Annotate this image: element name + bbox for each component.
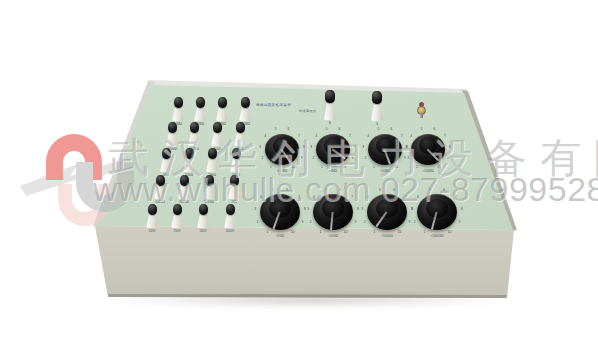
post-insulator-base — [188, 132, 200, 146]
post-cap — [199, 204, 208, 215]
post-cap — [213, 122, 222, 133]
dial-scale-digit: 3 — [254, 207, 256, 211]
dial-scale-digit: 10 — [437, 165, 441, 169]
dial-scale-digit: 3 — [362, 145, 364, 149]
aux-terminal — [324, 90, 336, 120]
dial-scale-digit: 6 — [443, 188, 445, 192]
dial-scale-digit: 3 — [405, 145, 407, 149]
dial-scale-digit: 5 — [378, 127, 380, 131]
dial-label: ×1GΩ — [276, 234, 284, 238]
binding-post — [216, 97, 228, 121]
dial-scale-digit: 4 — [313, 195, 315, 199]
binding-post — [228, 175, 240, 199]
dial-scale-digit: 8 — [357, 207, 359, 211]
post-insulator-base — [194, 107, 206, 121]
post-insulator-base — [172, 107, 184, 121]
post-cap — [180, 175, 189, 186]
dial-scale-digit: 6 — [390, 127, 392, 131]
ground-screw-stem — [420, 113, 423, 118]
aux-terminal-label: G — [364, 122, 390, 126]
dial-scale-digit: 6 — [433, 127, 435, 131]
post-insulator-base — [234, 132, 246, 146]
post-cap — [208, 148, 217, 159]
dial-scale-digit: 5 — [272, 188, 274, 192]
dial-scale-digit: 1 — [267, 230, 269, 234]
dial-scale-digit: 9 — [352, 156, 354, 160]
dial-scale-digit: 1 — [320, 230, 322, 234]
post-cap — [173, 204, 182, 215]
dial-scale-digit: 4 — [367, 195, 369, 199]
post-cap — [196, 97, 205, 108]
dial-scale-digit: 5 — [421, 127, 423, 131]
dial-scale-digit: 2 — [364, 220, 366, 224]
dial-scale-digit: 2 — [310, 220, 312, 224]
dial-scale-digit: 7 — [405, 195, 407, 199]
dial-label: ×100GΩ — [381, 234, 392, 238]
dial-scale-digit: 6 — [339, 188, 341, 192]
binding-post — [154, 175, 166, 199]
dial-scale-digit: 2 — [312, 156, 314, 160]
dial-scale-digit: 9 — [354, 220, 356, 224]
dial-label: ×1MΩ — [329, 169, 337, 173]
dial-label: ×0.1MΩ — [277, 169, 288, 173]
binding-post — [224, 204, 236, 228]
dial-scale-digit: 10 — [398, 230, 402, 234]
dial-scale-digit: 5 — [429, 188, 431, 192]
binding-post — [171, 204, 183, 228]
dial-scale-digit: 9 — [458, 220, 460, 224]
dial-scale-digit: 10 — [342, 165, 346, 169]
dial-scale-digit: 2 — [257, 220, 259, 224]
dial-cone-top — [376, 199, 398, 219]
post-label: 100V — [139, 229, 165, 233]
dial-scale-digit: 7 — [298, 195, 300, 199]
binding-post — [178, 175, 190, 199]
dial-scale-digit: 3 — [310, 145, 312, 149]
dial-scale-digit: 10 — [394, 165, 398, 169]
dial-scale-digit: 3 — [411, 207, 413, 211]
binding-post — [160, 148, 172, 172]
dial-scale-digit: 7 — [401, 134, 403, 138]
dial-scale-digit: 6 — [393, 188, 395, 192]
post-insulator-base — [216, 107, 228, 121]
aux-terminal-label: E — [317, 121, 343, 125]
dial-scale-digit: 5 — [379, 188, 381, 192]
post-insulator-base — [178, 185, 190, 199]
dial-scale-digit: 3 — [259, 145, 261, 149]
panel-nameplate-line2: 标准电阻器 — [299, 109, 316, 113]
dial-scale-digit: 7 — [444, 134, 446, 138]
binding-post — [239, 97, 251, 121]
binding-post — [230, 148, 242, 172]
post-cap — [168, 122, 177, 133]
post-insulator-base — [211, 132, 223, 146]
dial-scale-digit: 9 — [301, 220, 303, 224]
dial-label: ×10GΩ — [328, 234, 338, 238]
dial-scale-digit: 2 — [414, 220, 416, 224]
dial-scale-digit: 4 — [417, 195, 419, 199]
dial-scale-digit: 4 — [410, 134, 412, 138]
post-cap — [218, 97, 227, 108]
dial-scale-digit: 10 — [291, 165, 295, 169]
dial-scale-digit: 7 — [349, 134, 351, 138]
dial-scale-digit: 10 — [291, 230, 295, 234]
dial-scale-digit: 6 — [338, 127, 340, 131]
dial-scale-digit: 6 — [286, 188, 288, 192]
dial-scale-digit: 5 — [326, 127, 328, 131]
dial-scale-digit: 1 — [416, 165, 418, 169]
dial-label: ×1000GΩ — [430, 234, 443, 238]
post-insulator-base — [146, 214, 158, 228]
dial-scale-digit: 8 — [303, 145, 305, 149]
aux-terminal — [371, 91, 383, 121]
dial-scale-digit: 9 — [408, 220, 410, 224]
dial-scale-digit: 2 — [261, 156, 263, 160]
dial-scale-digit: 3 — [307, 207, 309, 211]
post-cap — [162, 148, 171, 159]
post-insulator-base — [224, 214, 236, 228]
dial-scale-digit: 10 — [344, 230, 348, 234]
dial-scale-digit: 8 — [461, 207, 463, 211]
post-insulator-base — [239, 107, 251, 121]
binding-post — [203, 175, 215, 199]
binding-post — [146, 204, 158, 228]
dial-scale-digit: 4 — [264, 134, 266, 138]
dial-scale-digit: 10 — [448, 230, 452, 234]
panel-nameplate-line1: 绝缘电阻表检定装置 — [256, 103, 291, 107]
post-insulator-base — [324, 102, 336, 120]
box-shadow — [102, 293, 512, 307]
post-cap — [205, 175, 214, 186]
post-label: 1000V — [217, 229, 243, 233]
dial-scale-digit: 9 — [404, 156, 406, 160]
binding-post — [234, 122, 246, 146]
post-insulator-base — [154, 185, 166, 199]
dial-scale-digit: 7 — [455, 195, 457, 199]
dial-cone-top — [269, 199, 291, 219]
dial-scale-digit: 9 — [301, 156, 303, 160]
post-insulator-base — [228, 185, 240, 199]
dial-scale-digit: 1 — [321, 165, 323, 169]
post-insulator-base — [166, 132, 178, 146]
dial-scale-digit: 4 — [260, 195, 262, 199]
post-insulator-base — [160, 158, 172, 172]
dial-scale-digit: 3 — [361, 207, 363, 211]
binding-post — [172, 97, 184, 121]
dial-scale-digit: 6 — [287, 127, 289, 131]
dial-scale-digit: 4 — [315, 134, 317, 138]
binding-post — [197, 204, 209, 228]
logo-red-arch — [46, 134, 102, 180]
binding-post — [183, 148, 195, 172]
dial-scale-digit: 7 — [298, 134, 300, 138]
post-cap — [148, 204, 157, 215]
post-cap — [230, 175, 239, 186]
product-photo: 绝缘电阻表检定装置 标准电阻器 10MΩ20MΩ50MΩ100MΩ200MΩ50… — [0, 0, 598, 342]
post-insulator-base — [171, 214, 183, 228]
post-cap — [190, 122, 199, 133]
dial-scale-digit: 5 — [325, 188, 327, 192]
dial-label: ×10MΩ — [380, 169, 390, 173]
post-insulator-base — [230, 158, 242, 172]
post-insulator-base — [203, 185, 215, 199]
dial-scale-digit: 2 — [407, 156, 409, 160]
post-cap — [232, 148, 241, 159]
dial-scale-digit: 4 — [367, 134, 369, 138]
post-cap — [241, 97, 250, 108]
dial-scale-digit: 5 — [275, 127, 277, 131]
binding-post — [166, 122, 178, 146]
dial-scale-digit: 8 — [354, 145, 356, 149]
binding-post — [194, 97, 206, 121]
post-insulator-base — [197, 214, 209, 228]
dial-scale-digit: 1 — [374, 230, 376, 234]
post-label: 500V — [190, 229, 216, 233]
dial-scale-digit: 1 — [373, 165, 375, 169]
dial-scale-digit: 8 — [449, 145, 451, 149]
dial-scale-digit: 7 — [351, 195, 353, 199]
post-cap — [325, 90, 335, 103]
dial-scale-digit: 2 — [364, 156, 366, 160]
binding-post — [206, 148, 218, 172]
binding-post — [188, 122, 200, 146]
dial-scale-digit: 9 — [447, 156, 449, 160]
post-cap — [185, 148, 194, 159]
post-cap — [156, 175, 165, 186]
dial-scale-digit: 1 — [270, 165, 272, 169]
post-insulator-base — [183, 158, 195, 172]
post-cap — [236, 122, 245, 133]
post-cap — [174, 97, 183, 108]
post-insulator-base — [206, 158, 218, 172]
dial-scale-digit: 1 — [424, 230, 426, 234]
binding-post — [211, 122, 223, 146]
dial-label: ×100MΩ — [422, 169, 434, 173]
dial-cone-top — [426, 199, 448, 219]
post-insulator-base — [371, 103, 383, 121]
post-cap — [226, 204, 235, 215]
post-cap — [372, 91, 382, 104]
dial-scale-digit: 8 — [304, 207, 306, 211]
post-label: 250V — [164, 229, 190, 233]
